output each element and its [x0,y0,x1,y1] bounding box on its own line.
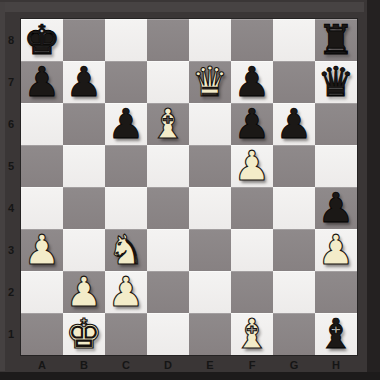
square-b2[interactable]: ♟ [63,271,105,313]
square-a5[interactable] [21,145,63,187]
square-c2[interactable]: ♟ [105,271,147,313]
file-label-c: C [105,355,147,380]
square-d7[interactable] [147,61,189,103]
frame-shadow-right [367,0,380,380]
square-f6[interactable]: ♟ [231,103,273,145]
square-c7[interactable] [105,61,147,103]
chess-board: ♚♜♟♟♛♟♛♟♝♟♟♟♟♟♞♟♟♟♚♝♝ [21,19,357,355]
white-queen[interactable]: ♛ [189,61,231,103]
white-pawn[interactable]: ♟ [63,271,105,313]
square-f5[interactable]: ♟ [231,145,273,187]
square-d6[interactable]: ♝ [147,103,189,145]
file-labels: ABCDEFGH [21,355,357,380]
square-a7[interactable]: ♟ [21,61,63,103]
rank-label-6: 6 [0,103,21,145]
rank-label-4: 4 [0,187,21,229]
square-d1[interactable] [147,313,189,355]
square-c4[interactable] [105,187,147,229]
square-h7[interactable]: ♛ [315,61,357,103]
white-knight[interactable]: ♞ [105,229,147,271]
file-label-d: D [147,355,189,380]
white-pawn[interactable]: ♟ [105,271,147,313]
square-g8[interactable] [273,19,315,61]
square-h1[interactable]: ♝ [315,313,357,355]
square-d4[interactable] [147,187,189,229]
square-g6[interactable]: ♟ [273,103,315,145]
square-e1[interactable] [189,313,231,355]
square-g3[interactable] [273,229,315,271]
square-g2[interactable] [273,271,315,313]
square-e2[interactable] [189,271,231,313]
square-b7[interactable]: ♟ [63,61,105,103]
square-e6[interactable] [189,103,231,145]
black-pawn[interactable]: ♟ [231,103,273,145]
black-pawn[interactable]: ♟ [273,103,315,145]
square-f2[interactable] [231,271,273,313]
square-a1[interactable] [21,313,63,355]
white-pawn[interactable]: ♟ [21,229,63,271]
square-f3[interactable] [231,229,273,271]
black-pawn[interactable]: ♟ [21,61,63,103]
square-a3[interactable]: ♟ [21,229,63,271]
rank-label-7: 7 [0,61,21,103]
square-f1[interactable]: ♝ [231,313,273,355]
rank-label-3: 3 [0,229,21,271]
square-a2[interactable] [21,271,63,313]
rank-label-8: 8 [0,19,21,61]
square-e8[interactable] [189,19,231,61]
square-c8[interactable] [105,19,147,61]
black-pawn[interactable]: ♟ [231,61,273,103]
file-label-f: F [231,355,273,380]
square-h6[interactable] [315,103,357,145]
file-label-h: H [315,355,357,380]
square-e5[interactable] [189,145,231,187]
rank-label-2: 2 [0,271,21,313]
square-g7[interactable] [273,61,315,103]
square-c6[interactable]: ♟ [105,103,147,145]
frame-bevel-top [0,2,364,12]
square-d5[interactable] [147,145,189,187]
file-label-e: E [189,355,231,380]
square-d2[interactable] [147,271,189,313]
square-a8[interactable]: ♚ [21,19,63,61]
white-king[interactable]: ♚ [63,313,105,355]
square-b5[interactable] [63,145,105,187]
square-b8[interactable] [63,19,105,61]
square-g4[interactable] [273,187,315,229]
white-bishop[interactable]: ♝ [147,103,189,145]
black-pawn[interactable]: ♟ [315,187,357,229]
square-a6[interactable] [21,103,63,145]
file-label-g: G [273,355,315,380]
white-pawn[interactable]: ♟ [315,229,357,271]
square-c5[interactable] [105,145,147,187]
square-a4[interactable] [21,187,63,229]
square-d3[interactable] [147,229,189,271]
black-pawn[interactable]: ♟ [63,61,105,103]
square-e7[interactable]: ♛ [189,61,231,103]
square-f8[interactable] [231,19,273,61]
square-h8[interactable]: ♜ [315,19,357,61]
file-label-a: A [21,355,63,380]
square-b4[interactable] [63,187,105,229]
square-h2[interactable] [315,271,357,313]
black-pawn[interactable]: ♟ [105,103,147,145]
square-f4[interactable] [231,187,273,229]
square-e3[interactable] [189,229,231,271]
file-label-b: B [63,355,105,380]
white-pawn[interactable]: ♟ [231,145,273,187]
square-c1[interactable] [105,313,147,355]
square-g5[interactable] [273,145,315,187]
white-bishop[interactable]: ♝ [231,313,273,355]
square-d8[interactable] [147,19,189,61]
rank-label-5: 5 [0,145,21,187]
square-b3[interactable] [63,229,105,271]
black-king[interactable]: ♚ [21,19,63,61]
square-f7[interactable]: ♟ [231,61,273,103]
square-b1[interactable]: ♚ [63,313,105,355]
square-b6[interactable] [63,103,105,145]
black-bishop[interactable]: ♝ [315,313,357,355]
rank-label-1: 1 [0,313,21,355]
rank-labels: 87654321 [0,19,21,355]
chess-board-frame: 87654321 ♚♜♟♟♛♟♛♟♝♟♟♟♟♟♞♟♟♟♚♝♝ ABCDEFGH [0,0,380,380]
black-rook[interactable]: ♜ [315,19,357,61]
square-h3[interactable]: ♟ [315,229,357,271]
square-g1[interactable] [273,313,315,355]
black-queen[interactable]: ♛ [315,61,357,103]
square-e4[interactable] [189,187,231,229]
square-c3[interactable]: ♞ [105,229,147,271]
square-h5[interactable] [315,145,357,187]
square-h4[interactable]: ♟ [315,187,357,229]
